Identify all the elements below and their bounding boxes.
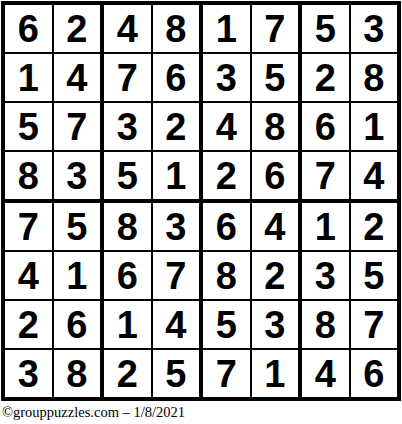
cell-r2c3: 7: [104, 54, 153, 103]
cell-r2c7: 2: [302, 54, 351, 103]
cell-r6c4: 7: [153, 252, 204, 301]
cell-r7c6: 3: [252, 301, 303, 350]
cell-r1c3: 4: [104, 5, 153, 54]
cell-r7c7: 8: [302, 301, 351, 350]
cell-r4c4: 1: [153, 152, 204, 203]
cell-r1c6: 7: [252, 5, 303, 54]
cell-r4c7: 7: [302, 152, 351, 203]
cell-r8c6: 1: [252, 350, 303, 397]
cell-r7c5: 5: [203, 301, 252, 350]
cell-r7c2: 6: [54, 301, 105, 350]
cell-r6c2: 1: [54, 252, 105, 301]
cell-r2c5: 3: [203, 54, 252, 103]
cell-r2c4: 6: [153, 54, 204, 103]
cell-r3c4: 2: [153, 103, 204, 152]
cell-r5c6: 4: [252, 203, 303, 252]
cell-r6c7: 3: [302, 252, 351, 301]
cell-r3c8: 1: [351, 103, 398, 152]
cell-r5c4: 3: [153, 203, 204, 252]
cell-r8c2: 8: [54, 350, 105, 397]
cell-r1c1: 6: [5, 5, 54, 54]
cell-r2c1: 1: [5, 54, 54, 103]
cell-r2c6: 5: [252, 54, 303, 103]
cell-r5c3: 8: [104, 203, 153, 252]
cell-r3c7: 6: [302, 103, 351, 152]
cell-r4c3: 5: [104, 152, 153, 203]
cell-r7c1: 2: [5, 301, 54, 350]
cell-r7c4: 4: [153, 301, 204, 350]
cell-r6c1: 4: [5, 252, 54, 301]
cell-r5c2: 5: [54, 203, 105, 252]
cell-r8c8: 6: [351, 350, 398, 397]
cell-r1c7: 5: [302, 5, 351, 54]
cell-r7c8: 7: [351, 301, 398, 350]
cell-r4c1: 8: [5, 152, 54, 203]
cell-r8c1: 3: [5, 350, 54, 397]
cell-r3c6: 8: [252, 103, 303, 152]
cell-r3c3: 3: [104, 103, 153, 152]
cell-r5c7: 1: [302, 203, 351, 252]
cell-r1c8: 3: [351, 5, 398, 54]
cell-r2c8: 8: [351, 54, 398, 103]
cell-r1c4: 8: [153, 5, 204, 54]
cell-r6c8: 5: [351, 252, 398, 301]
cell-r5c8: 2: [351, 203, 398, 252]
cell-r6c3: 6: [104, 252, 153, 301]
cell-r3c2: 7: [54, 103, 105, 152]
cell-r4c8: 4: [351, 152, 398, 203]
cell-r4c6: 6: [252, 152, 303, 203]
cell-r2c2: 4: [54, 54, 105, 103]
cell-r5c5: 6: [203, 203, 252, 252]
puzzle-page: { "game": "Sudoku 8x8 (solved grid, 2x4 …: [0, 0, 402, 424]
cell-r5c1: 7: [5, 203, 54, 252]
cell-r3c5: 4: [203, 103, 252, 152]
cell-r1c2: 2: [54, 5, 105, 54]
cell-r1c5: 1: [203, 5, 252, 54]
cell-r4c2: 3: [54, 152, 105, 203]
cell-r4c5: 2: [203, 152, 252, 203]
cell-r8c7: 4: [302, 350, 351, 397]
sudoku-board: 6248175314763528573248618351267475836412…: [1, 1, 401, 401]
cell-r8c5: 7: [203, 350, 252, 397]
cell-r3c1: 5: [5, 103, 54, 152]
copyright-line: ©grouppuzzles.com – 1/8/2021: [2, 404, 402, 421]
cell-r6c6: 2: [252, 252, 303, 301]
cell-r8c4: 5: [153, 350, 204, 397]
cell-r7c3: 1: [104, 301, 153, 350]
cell-r6c5: 8: [203, 252, 252, 301]
cell-r8c3: 2: [104, 350, 153, 397]
